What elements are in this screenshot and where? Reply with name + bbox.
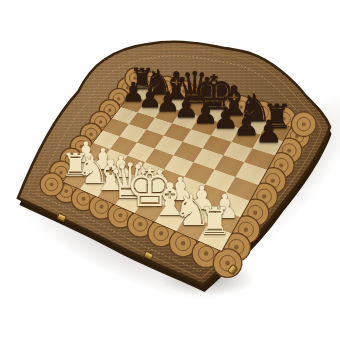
piece-black-pawn-h7[interactable]: ♟ xyxy=(253,116,284,147)
photo-scene: ♜♞♝♛♚♝♞♜♟♟♟♟♟♟♟♟♟♟♟♟♟♟♟♟♜♞♝♛♚♝♞♜ xyxy=(0,0,340,340)
pieces-layer: ♜♞♝♛♚♝♞♜♟♟♟♟♟♟♟♟♟♟♟♟♟♟♟♟♜♞♝♛♚♝♞♜ xyxy=(0,0,340,340)
piece-white-rook-h1[interactable]: ♜ xyxy=(196,203,234,241)
